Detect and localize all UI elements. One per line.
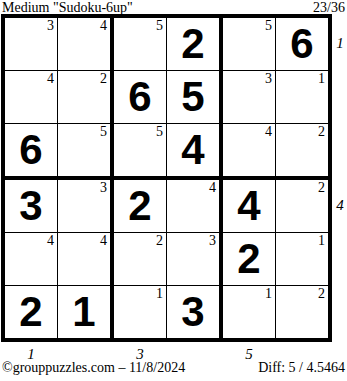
given-digit: 2: [181, 23, 204, 65]
cell-r3c3[interactable]: 5: [114, 124, 167, 180]
corner-clue: 3: [209, 233, 216, 249]
corner-clue: 4: [265, 124, 272, 140]
cell-r2c2[interactable]: 2: [58, 71, 114, 124]
sudoku-board: 345256426531655442332442442321211312: [1, 14, 332, 342]
corner-clue: 2: [156, 233, 163, 249]
corner-clue: 5: [265, 18, 272, 34]
cell-r2c6[interactable]: 1: [276, 71, 328, 124]
corner-clue: 4: [47, 233, 54, 249]
corner-clue: 1: [265, 286, 272, 302]
page: Medium "Sudoku-6up" 23/36 34525642653165…: [0, 0, 347, 381]
cell-r4c2[interactable]: 3: [58, 180, 114, 233]
cell-r3c4[interactable]: 4: [167, 124, 223, 180]
corner-clue: 4: [209, 180, 216, 196]
row-block-label: 4: [334, 198, 346, 213]
given-digit: 6: [19, 129, 42, 171]
cell-r4c3[interactable]: 2: [114, 180, 167, 233]
cell-r4c6[interactable]: 2: [276, 180, 328, 233]
cell-r1c1[interactable]: 3: [5, 18, 58, 71]
given-digit: 3: [181, 291, 204, 333]
given-digit: 1: [72, 291, 95, 333]
cell-r3c2[interactable]: 5: [58, 124, 114, 180]
corner-clue: 3: [100, 180, 107, 196]
corner-clue: 1: [318, 71, 325, 87]
corner-clue: 5: [156, 18, 163, 34]
row-block-label: 1: [334, 36, 346, 51]
cell-r3c5[interactable]: 4: [223, 124, 276, 180]
corner-clue: 2: [100, 71, 107, 87]
cell-r4c1[interactable]: 3: [5, 180, 58, 233]
corner-clue: 1: [318, 233, 325, 249]
corner-clue: 4: [47, 71, 54, 87]
copyright-date: ©grouppuzzles.com – 11/8/2024: [2, 360, 185, 376]
given-digit: 6: [128, 76, 151, 118]
cell-r4c4[interactable]: 4: [167, 180, 223, 233]
cell-r2c1[interactable]: 4: [5, 71, 58, 124]
cell-r1c4[interactable]: 2: [167, 18, 223, 71]
corner-clue: 5: [100, 124, 107, 140]
cell-r6c4[interactable]: 3: [167, 286, 223, 338]
corner-clue: 4: [100, 18, 107, 34]
given-digit: 2: [237, 238, 260, 280]
cell-r2c3[interactable]: 6: [114, 71, 167, 124]
cell-r1c3[interactable]: 5: [114, 18, 167, 71]
given-digit: 2: [19, 291, 42, 333]
cell-r3c6[interactable]: 2: [276, 124, 328, 180]
cell-r5c3[interactable]: 2: [114, 233, 167, 286]
given-digit: 2: [128, 185, 151, 227]
cell-r5c1[interactable]: 4: [5, 233, 58, 286]
cell-r2c5[interactable]: 3: [223, 71, 276, 124]
cell-r6c5[interactable]: 1: [223, 286, 276, 338]
cell-r5c4[interactable]: 3: [167, 233, 223, 286]
given-digit: 4: [181, 129, 204, 171]
corner-clue: 3: [265, 71, 272, 87]
corner-clue: 3: [47, 18, 54, 34]
given-digit: 5: [181, 76, 204, 118]
cell-r4c5[interactable]: 4: [223, 180, 276, 233]
cell-r5c5[interactable]: 2: [223, 233, 276, 286]
given-digit: 4: [237, 185, 260, 227]
corner-clue: 5: [156, 124, 163, 140]
corner-clue: 2: [318, 286, 325, 302]
cell-r6c3[interactable]: 1: [114, 286, 167, 338]
col-block-label: 5: [238, 347, 260, 362]
corner-clue: 4: [100, 233, 107, 249]
cell-r6c1[interactable]: 2: [5, 286, 58, 338]
cell-r5c2[interactable]: 4: [58, 233, 114, 286]
given-digit: 3: [19, 185, 42, 227]
difficulty: Diff: 5 / 4.5464: [258, 360, 345, 376]
cell-r1c6[interactable]: 6: [276, 18, 328, 71]
cell-r6c2[interactable]: 1: [58, 286, 114, 338]
cell-r5c6[interactable]: 1: [276, 233, 328, 286]
corner-clue: 2: [318, 180, 325, 196]
cell-r6c6[interactable]: 2: [276, 286, 328, 338]
corner-clue: 1: [156, 286, 163, 302]
corner-clue: 2: [318, 124, 325, 140]
cell-r1c2[interactable]: 4: [58, 18, 114, 71]
cell-r3c1[interactable]: 6: [5, 124, 58, 180]
given-digit: 6: [290, 23, 313, 65]
cell-r1c5[interactable]: 5: [223, 18, 276, 71]
cell-r2c4[interactable]: 5: [167, 71, 223, 124]
